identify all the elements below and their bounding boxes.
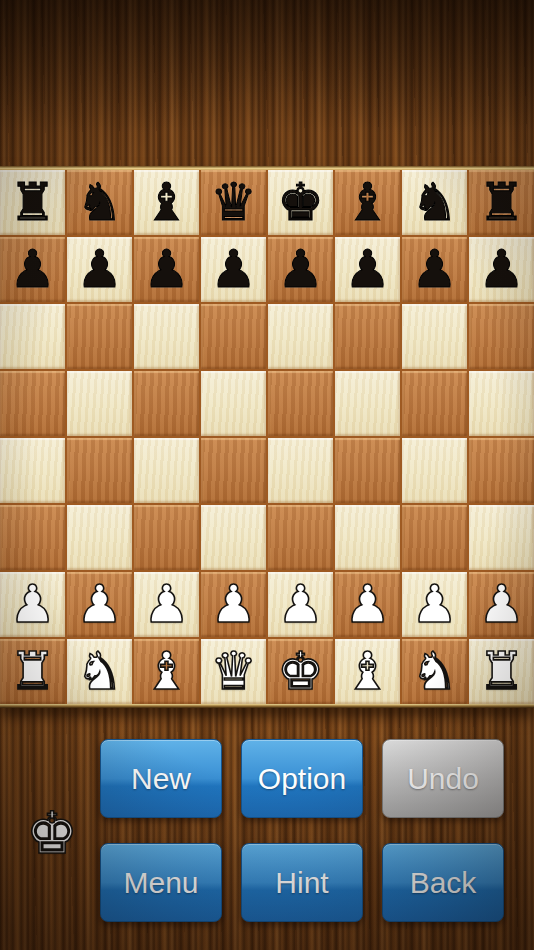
square-c6[interactable] <box>134 304 199 369</box>
control-buttons: New Option Undo Menu Hint Back <box>100 739 504 922</box>
piece-black-pawn-a7: ♟ <box>9 237 56 302</box>
piece-white-rook-a1: ♜ <box>9 639 56 704</box>
square-e6[interactable] <box>268 304 333 369</box>
piece-black-bishop-f8: ♝ <box>344 170 391 235</box>
square-d4[interactable] <box>201 438 266 503</box>
square-h5[interactable] <box>469 371 534 436</box>
square-d6[interactable] <box>201 304 266 369</box>
undo-button[interactable]: Undo <box>382 739 504 818</box>
square-c2[interactable]: ♟ <box>134 572 199 637</box>
square-g4[interactable] <box>402 438 467 503</box>
square-b2[interactable]: ♟ <box>67 572 132 637</box>
square-b3[interactable] <box>67 505 132 570</box>
piece-black-bishop-c8: ♝ <box>143 170 190 235</box>
square-b5[interactable] <box>67 371 132 436</box>
square-d2[interactable]: ♟ <box>201 572 266 637</box>
square-d7[interactable]: ♟ <box>201 237 266 302</box>
square-g3[interactable] <box>402 505 467 570</box>
square-e7[interactable]: ♟ <box>268 237 333 302</box>
piece-black-pawn-e7: ♟ <box>277 237 324 302</box>
square-f7[interactable]: ♟ <box>335 237 400 302</box>
square-c7[interactable]: ♟ <box>134 237 199 302</box>
square-e4[interactable] <box>268 438 333 503</box>
square-a3[interactable] <box>0 505 65 570</box>
board-frame-bottom <box>0 704 534 708</box>
piece-white-queen-d1: ♛ <box>210 639 257 704</box>
square-e2[interactable]: ♟ <box>268 572 333 637</box>
square-b8[interactable]: ♞ <box>67 170 132 235</box>
square-h7[interactable]: ♟ <box>469 237 534 302</box>
menu-button[interactable]: Menu <box>100 843 222 922</box>
square-f8[interactable]: ♝ <box>335 170 400 235</box>
piece-white-pawn-a2: ♟ <box>9 572 56 637</box>
square-f1[interactable]: ♝ <box>335 639 400 704</box>
piece-black-pawn-g7: ♟ <box>411 237 458 302</box>
square-a2[interactable]: ♟ <box>0 572 65 637</box>
square-h3[interactable] <box>469 505 534 570</box>
square-b4[interactable] <box>67 438 132 503</box>
square-d5[interactable] <box>201 371 266 436</box>
square-b1[interactable]: ♞ <box>67 639 132 704</box>
square-b7[interactable]: ♟ <box>67 237 132 302</box>
piece-white-knight-g1: ♞ <box>411 639 458 704</box>
back-button[interactable]: Back <box>382 843 504 922</box>
square-e8[interactable]: ♚ <box>268 170 333 235</box>
piece-black-rook-a8: ♜ <box>9 170 56 235</box>
hint-button[interactable]: Hint <box>241 843 363 922</box>
piece-black-king-e8: ♚ <box>277 170 324 235</box>
square-c3[interactable] <box>134 505 199 570</box>
square-g6[interactable] <box>402 304 467 369</box>
chess-board: ♜♞♝♛♚♝♞♜♟♟♟♟♟♟♟♟♟♟♟♟♟♟♟♟♜♞♝♛♚♝♞♜ <box>0 166 534 708</box>
new-button[interactable]: New <box>100 739 222 818</box>
square-h2[interactable]: ♟ <box>469 572 534 637</box>
piece-white-pawn-f2: ♟ <box>344 572 391 637</box>
white-king-turn-icon: ♚ <box>26 794 78 872</box>
square-g2[interactable]: ♟ <box>402 572 467 637</box>
square-g8[interactable]: ♞ <box>402 170 467 235</box>
square-f6[interactable] <box>335 304 400 369</box>
piece-white-pawn-d2: ♟ <box>210 572 257 637</box>
piece-black-knight-b8: ♞ <box>76 170 123 235</box>
square-h4[interactable] <box>469 438 534 503</box>
square-h1[interactable]: ♜ <box>469 639 534 704</box>
turn-indicator: ♚ <box>16 794 88 872</box>
square-a5[interactable] <box>0 371 65 436</box>
piece-black-pawn-c7: ♟ <box>143 237 190 302</box>
piece-black-pawn-h7: ♟ <box>478 237 525 302</box>
square-f4[interactable] <box>335 438 400 503</box>
square-a7[interactable]: ♟ <box>0 237 65 302</box>
square-c8[interactable]: ♝ <box>134 170 199 235</box>
square-a8[interactable]: ♜ <box>0 170 65 235</box>
square-g7[interactable]: ♟ <box>402 237 467 302</box>
piece-black-queen-d8: ♛ <box>210 170 257 235</box>
square-e3[interactable] <box>268 505 333 570</box>
piece-black-pawn-d7: ♟ <box>210 237 257 302</box>
square-a6[interactable] <box>0 304 65 369</box>
square-g1[interactable]: ♞ <box>402 639 467 704</box>
piece-white-bishop-c1: ♝ <box>143 639 190 704</box>
piece-white-rook-h1: ♜ <box>478 639 525 704</box>
square-h8[interactable]: ♜ <box>469 170 534 235</box>
square-f3[interactable] <box>335 505 400 570</box>
square-g5[interactable] <box>402 371 467 436</box>
piece-white-pawn-c2: ♟ <box>143 572 190 637</box>
square-a1[interactable]: ♜ <box>0 639 65 704</box>
square-d3[interactable] <box>201 505 266 570</box>
square-d8[interactable]: ♛ <box>201 170 266 235</box>
piece-black-rook-h8: ♜ <box>478 170 525 235</box>
piece-black-pawn-f7: ♟ <box>344 237 391 302</box>
piece-white-king-e1: ♚ <box>277 639 324 704</box>
piece-white-pawn-b2: ♟ <box>76 572 123 637</box>
square-b6[interactable] <box>67 304 132 369</box>
square-e5[interactable] <box>268 371 333 436</box>
square-c1[interactable]: ♝ <box>134 639 199 704</box>
square-h6[interactable] <box>469 304 534 369</box>
square-c4[interactable] <box>134 438 199 503</box>
piece-white-bishop-f1: ♝ <box>344 639 391 704</box>
square-e1[interactable]: ♚ <box>268 639 333 704</box>
square-f2[interactable]: ♟ <box>335 572 400 637</box>
piece-white-pawn-h2: ♟ <box>478 572 525 637</box>
square-f5[interactable] <box>335 371 400 436</box>
square-d1[interactable]: ♛ <box>201 639 266 704</box>
piece-white-pawn-g2: ♟ <box>411 572 458 637</box>
board-grid: ♜♞♝♛♚♝♞♜♟♟♟♟♟♟♟♟♟♟♟♟♟♟♟♟♜♞♝♛♚♝♞♜ <box>0 170 534 704</box>
piece-black-knight-g8: ♞ <box>411 170 458 235</box>
piece-white-pawn-e2: ♟ <box>277 572 324 637</box>
square-a4[interactable] <box>0 438 65 503</box>
option-button[interactable]: Option <box>241 739 363 818</box>
piece-white-knight-b1: ♞ <box>76 639 123 704</box>
piece-black-pawn-b7: ♟ <box>76 237 123 302</box>
square-c5[interactable] <box>134 371 199 436</box>
